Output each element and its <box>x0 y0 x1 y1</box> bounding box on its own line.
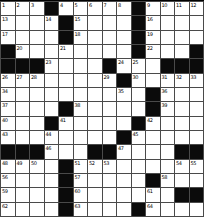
black-cell-r13c11 <box>146 174 160 187</box>
white-cell-r6c5[interactable] <box>59 74 73 87</box>
white-cell-r14c7[interactable] <box>88 188 102 201</box>
clue-number: 11 <box>176 2 181 8</box>
white-cell-r2c7[interactable] <box>88 16 102 29</box>
white-cell-r3c4[interactable] <box>45 31 59 44</box>
white-cell-r14c10[interactable] <box>132 188 146 201</box>
white-cell-r6c11[interactable] <box>146 74 160 87</box>
white-cell-r14c3[interactable] <box>30 188 44 201</box>
clue-number: 44 <box>46 131 51 137</box>
white-cell-r9c1[interactable]: 40 <box>1 117 15 130</box>
white-cell-r1c3[interactable]: 3 <box>30 2 44 15</box>
white-cell-r9c7[interactable] <box>88 117 102 130</box>
black-cell-r2c10 <box>132 16 146 29</box>
white-cell-r12c12[interactable] <box>161 160 175 173</box>
black-cell-r3c5 <box>59 31 73 44</box>
white-cell-r7c8[interactable] <box>103 88 117 101</box>
white-cell-r13c2[interactable] <box>16 174 30 187</box>
white-cell-r9c12[interactable] <box>161 117 175 130</box>
white-cell-r6c14[interactable]: 33 <box>190 74 204 87</box>
white-cell-r6c1[interactable]: 26 <box>1 74 15 87</box>
white-cell-r11c9[interactable]: 47 <box>117 145 131 158</box>
white-cell-r7c13[interactable] <box>175 88 189 101</box>
white-cell-r15c1[interactable]: 62 <box>1 203 15 216</box>
white-cell-r15c11[interactable]: 64 <box>146 203 160 216</box>
clue-number: 30 <box>133 74 138 80</box>
white-cell-r12c4[interactable] <box>45 160 59 173</box>
clue-number: 19 <box>147 31 152 37</box>
white-cell-r8c10[interactable] <box>132 102 146 115</box>
clue-number: 18 <box>75 31 80 37</box>
black-cell-r6c9 <box>117 74 131 87</box>
clue-number: 26 <box>2 74 7 80</box>
white-cell-r3c1[interactable]: 17 <box>1 31 15 44</box>
white-cell-r15c2[interactable] <box>16 203 30 216</box>
clue-number: 41 <box>60 117 65 123</box>
white-cell-r13c12[interactable]: 58 <box>161 174 175 187</box>
white-cell-r15c6[interactable]: 63 <box>74 203 88 216</box>
white-cell-r8c9[interactable] <box>117 102 131 115</box>
black-cell-r7c11 <box>146 88 160 101</box>
clue-number: 36 <box>162 88 167 94</box>
black-cell-r4c14 <box>190 45 204 58</box>
clue-number: 7 <box>104 2 107 8</box>
clue-number: 53 <box>104 160 109 166</box>
white-cell-r1c12[interactable]: 10 <box>161 2 175 15</box>
white-cell-r7c10[interactable] <box>132 88 146 101</box>
clue-number: 47 <box>118 145 123 151</box>
white-cell-r1c1[interactable]: 1 <box>1 2 15 15</box>
white-cell-r6c10[interactable]: 30 <box>132 74 146 87</box>
black-cell-r1c4 <box>45 2 59 15</box>
white-cell-r6c2[interactable]: 27 <box>16 74 30 87</box>
white-cell-r15c9[interactable] <box>117 203 131 216</box>
white-cell-r1c7[interactable]: 6 <box>88 2 102 15</box>
black-cell-r14c14 <box>190 188 204 201</box>
clue-number: 46 <box>46 145 51 151</box>
black-cell-r5c3 <box>30 59 44 72</box>
white-cell-r11c10[interactable] <box>132 145 146 158</box>
white-cell-r3c7[interactable] <box>88 31 102 44</box>
white-cell-r9c8[interactable] <box>103 117 117 130</box>
black-cell-r8c11 <box>146 102 160 115</box>
clue-number: 2 <box>17 2 20 8</box>
white-cell-r8c12[interactable]: 39 <box>161 102 175 115</box>
white-cell-r1c11[interactable]: 9 <box>146 2 160 15</box>
clue-number: 64 <box>147 203 152 209</box>
clue-number: 40 <box>2 117 7 123</box>
white-cell-r1c13[interactable]: 11 <box>175 2 189 15</box>
white-cell-r12c14[interactable]: 55 <box>190 160 204 173</box>
white-cell-r13c7[interactable] <box>88 174 102 187</box>
white-cell-r14c6[interactable]: 60 <box>74 188 88 201</box>
white-cell-r11c12[interactable] <box>161 145 175 158</box>
clue-number: 14 <box>46 16 51 22</box>
white-cell-r14c8[interactable] <box>103 188 117 201</box>
white-cell-r3c6[interactable]: 18 <box>74 31 88 44</box>
white-cell-r5c4[interactable]: 23 <box>45 59 59 72</box>
white-cell-r12c1[interactable]: 48 <box>1 160 15 173</box>
white-cell-r12c8[interactable]: 53 <box>103 160 117 173</box>
black-cell-r3c10 <box>132 31 146 44</box>
clue-number: 55 <box>191 160 196 166</box>
black-cell-r11c14 <box>190 145 204 158</box>
white-cell-r10c3[interactable] <box>30 131 44 144</box>
white-cell-r12c7[interactable]: 52 <box>88 160 102 173</box>
white-cell-r4c5[interactable]: 21 <box>59 45 73 58</box>
white-cell-r2c11[interactable]: 16 <box>146 16 160 29</box>
white-cell-r3c3[interactable] <box>30 31 44 44</box>
white-cell-r13c14[interactable] <box>190 174 204 187</box>
white-cell-r3c11[interactable]: 19 <box>146 31 160 44</box>
clue-number: 35 <box>118 88 123 94</box>
clue-number: 34 <box>2 88 7 94</box>
white-cell-r4c12[interactable] <box>161 45 175 58</box>
black-cell-r9c4 <box>45 117 59 130</box>
white-cell-r8c13[interactable] <box>175 102 189 115</box>
white-cell-r12c9[interactable] <box>117 160 131 173</box>
clue-number: 24 <box>118 59 123 65</box>
black-cell-r11c13 <box>175 145 189 158</box>
black-cell-r12c5 <box>59 160 73 173</box>
white-cell-r2c8[interactable] <box>103 16 117 29</box>
clue-number: 32 <box>176 74 181 80</box>
black-cell-r10c9 <box>117 131 131 144</box>
black-cell-r5c13 <box>175 59 189 72</box>
white-cell-r8c6[interactable]: 38 <box>74 102 88 115</box>
clue-number: 21 <box>60 45 65 51</box>
clue-number: 52 <box>89 160 94 166</box>
clue-number: 59 <box>2 188 7 194</box>
clue-number: 1 <box>2 2 5 8</box>
white-cell-r13c10[interactable] <box>132 174 146 187</box>
white-cell-r8c8[interactable] <box>103 102 117 115</box>
white-cell-r4c8[interactable] <box>103 45 117 58</box>
white-cell-r5c5[interactable] <box>59 59 73 72</box>
white-cell-r3c2[interactable] <box>16 31 30 44</box>
white-cell-r12c2[interactable]: 49 <box>16 160 30 173</box>
white-cell-r9c2[interactable] <box>16 117 30 130</box>
white-cell-r6c8[interactable]: 29 <box>103 74 117 87</box>
white-cell-r11c11[interactable] <box>146 145 160 158</box>
white-cell-r1c2[interactable]: 2 <box>16 2 30 15</box>
black-cell-r11c2 <box>16 145 30 158</box>
white-cell-r10c8[interactable] <box>103 131 117 144</box>
white-cell-r10c11[interactable] <box>146 131 160 144</box>
white-cell-r2c2[interactable] <box>16 16 30 29</box>
white-cell-r12c3[interactable]: 50 <box>30 160 44 173</box>
white-cell-r8c7[interactable] <box>88 102 102 115</box>
white-cell-r2c13[interactable] <box>175 16 189 29</box>
white-cell-r15c14[interactable] <box>190 203 204 216</box>
white-cell-r2c6[interactable]: 15 <box>74 16 88 29</box>
white-cell-r14c12[interactable] <box>161 188 175 201</box>
white-cell-r7c5[interactable] <box>59 88 73 101</box>
white-cell-r5c10[interactable]: 25 <box>132 59 146 72</box>
white-cell-r1c5[interactable]: 4 <box>59 2 73 15</box>
black-cell-r5c2 <box>16 59 30 72</box>
white-cell-r14c11[interactable]: 61 <box>146 188 160 201</box>
white-cell-r3c13[interactable] <box>175 31 189 44</box>
clue-number: 63 <box>75 203 80 209</box>
white-cell-r12c6[interactable]: 51 <box>74 160 88 173</box>
white-cell-r11c5[interactable] <box>59 145 73 158</box>
clue-number: 28 <box>31 74 36 80</box>
clue-number: 31 <box>162 74 167 80</box>
white-cell-r1c6[interactable]: 5 <box>74 2 88 15</box>
white-cell-r4c4[interactable] <box>45 45 59 58</box>
white-cell-r2c1[interactable]: 13 <box>1 16 15 29</box>
black-cell-r9c10 <box>132 117 146 130</box>
white-cell-r13c9[interactable] <box>117 174 131 187</box>
clue-number: 58 <box>162 174 167 180</box>
white-cell-r15c8[interactable] <box>103 203 117 216</box>
white-cell-r10c1[interactable]: 43 <box>1 131 15 144</box>
white-cell-r15c13[interactable] <box>175 203 189 216</box>
clue-number: 8 <box>118 2 121 8</box>
clue-number: 12 <box>191 2 196 8</box>
clue-number: 51 <box>75 160 80 166</box>
white-cell-r7c6[interactable] <box>74 88 88 101</box>
clue-number: 39 <box>162 102 167 108</box>
clue-number: 4 <box>60 2 63 8</box>
white-cell-r2c9[interactable] <box>117 16 131 29</box>
clue-number: 15 <box>75 16 80 22</box>
clue-number: 45 <box>133 131 138 137</box>
white-cell-r4c2[interactable]: 20 <box>16 45 30 58</box>
clue-number: 42 <box>147 117 152 123</box>
clue-number: 29 <box>104 74 109 80</box>
clue-number: 56 <box>2 174 7 180</box>
white-cell-r7c9[interactable]: 35 <box>117 88 131 101</box>
white-cell-r15c12[interactable] <box>161 203 175 216</box>
white-cell-r5c7[interactable] <box>88 59 102 72</box>
white-cell-r2c4[interactable]: 14 <box>45 16 59 29</box>
clue-number: 22 <box>147 45 152 51</box>
white-cell-r3c8[interactable] <box>103 31 117 44</box>
white-cell-r13c8[interactable] <box>103 174 117 187</box>
white-cell-r12c11[interactable] <box>146 160 160 173</box>
white-cell-r13c3[interactable] <box>30 174 44 187</box>
black-cell-r13c5 <box>59 174 73 187</box>
clue-number: 3 <box>31 2 34 8</box>
black-cell-r8c5 <box>59 102 73 115</box>
white-cell-r12c10[interactable] <box>132 160 146 173</box>
white-cell-r6c3[interactable]: 28 <box>30 74 44 87</box>
clue-number: 27 <box>17 74 22 80</box>
clue-number: 5 <box>75 2 78 8</box>
clue-number: 6 <box>89 2 92 8</box>
clue-number: 25 <box>133 59 138 65</box>
white-cell-r7c4[interactable] <box>45 88 59 101</box>
white-cell-r7c1[interactable]: 34 <box>1 88 15 101</box>
clue-number: 17 <box>2 31 7 37</box>
clue-number: 62 <box>2 203 7 209</box>
white-cell-r10c6[interactable] <box>74 131 88 144</box>
white-cell-r8c2[interactable] <box>16 102 30 115</box>
black-cell-r14c13 <box>175 188 189 201</box>
clue-number: 37 <box>2 102 7 108</box>
white-cell-r4c3[interactable] <box>30 45 44 58</box>
white-cell-r1c8[interactable]: 7 <box>103 2 117 15</box>
white-cell-r8c3[interactable] <box>30 102 44 115</box>
clue-number: 54 <box>176 160 181 166</box>
white-cell-r9c11[interactable]: 42 <box>146 117 160 130</box>
white-cell-r10c10[interactable]: 45 <box>132 131 146 144</box>
white-cell-r10c7[interactable] <box>88 131 102 144</box>
clue-number: 60 <box>75 188 80 194</box>
black-cell-r4c1 <box>1 45 15 58</box>
clue-number: 61 <box>147 188 152 194</box>
white-cell-r10c2[interactable] <box>16 131 30 144</box>
white-cell-r8c1[interactable]: 37 <box>1 102 15 115</box>
white-cell-r7c14[interactable] <box>190 88 204 101</box>
clue-number: 23 <box>46 59 51 65</box>
white-cell-r3c9[interactable] <box>117 31 131 44</box>
black-cell-r1c10 <box>132 2 146 15</box>
clue-number: 38 <box>75 102 80 108</box>
white-cell-r13c4[interactable] <box>45 174 59 187</box>
white-cell-r10c4[interactable]: 44 <box>45 131 59 144</box>
black-cell-r15c5 <box>59 203 73 216</box>
white-cell-r15c4[interactable] <box>45 203 59 216</box>
white-cell-r3c12[interactable] <box>161 31 175 44</box>
white-cell-r9c5[interactable]: 41 <box>59 117 73 130</box>
white-cell-r5c6[interactable] <box>74 59 88 72</box>
crossword-grid: 1234567891011121314151617181920212223242… <box>0 0 204 217</box>
clue-number: 20 <box>17 45 22 51</box>
white-cell-r7c2[interactable] <box>16 88 30 101</box>
white-cell-r12c13[interactable]: 54 <box>175 160 189 173</box>
white-cell-r1c14[interactable]: 12 <box>190 2 204 15</box>
white-cell-r15c7[interactable] <box>88 203 102 216</box>
white-cell-r5c11[interactable] <box>146 59 160 72</box>
white-cell-r11c6[interactable] <box>74 145 88 158</box>
black-cell-r5c12 <box>161 59 175 72</box>
white-cell-r6c12[interactable]: 31 <box>161 74 175 87</box>
clue-number: 13 <box>2 16 7 22</box>
white-cell-r10c13[interactable] <box>175 131 189 144</box>
white-cell-r7c7[interactable] <box>88 88 102 101</box>
black-cell-r4c10 <box>132 45 146 58</box>
white-cell-r15c3[interactable] <box>30 203 44 216</box>
white-cell-r4c13[interactable] <box>175 45 189 58</box>
white-cell-r13c1[interactable]: 56 <box>1 174 15 187</box>
white-cell-r13c6[interactable]: 57 <box>74 174 88 187</box>
white-cell-r4c9[interactable] <box>117 45 131 58</box>
white-cell-r9c3[interactable] <box>30 117 44 130</box>
white-cell-r2c14[interactable] <box>190 16 204 29</box>
white-cell-r6c7[interactable] <box>88 74 102 87</box>
clue-number: 16 <box>147 16 152 22</box>
clue-number: 49 <box>17 160 22 166</box>
clue-number: 33 <box>191 74 196 80</box>
white-cell-r9c14[interactable] <box>190 117 204 130</box>
black-cell-r5c8 <box>103 59 117 72</box>
white-cell-r7c3[interactable] <box>30 88 44 101</box>
clue-number: 9 <box>147 2 150 8</box>
white-cell-r2c12[interactable] <box>161 16 175 29</box>
black-cell-r14c5 <box>59 188 73 201</box>
clue-number: 43 <box>2 131 7 137</box>
white-cell-r6c13[interactable]: 32 <box>175 74 189 87</box>
white-cell-r6c6[interactable] <box>74 74 88 87</box>
white-cell-r2c3[interactable] <box>30 16 44 29</box>
white-cell-r5c9[interactable]: 24 <box>117 59 131 72</box>
white-cell-r7c12[interactable]: 36 <box>161 88 175 101</box>
white-cell-r13c13[interactable] <box>175 174 189 187</box>
white-cell-r10c12[interactable] <box>161 131 175 144</box>
black-cell-r11c8 <box>103 145 117 158</box>
white-cell-r4c7[interactable] <box>88 45 102 58</box>
clue-number: 48 <box>2 160 7 166</box>
white-cell-r10c5[interactable] <box>59 131 73 144</box>
black-cell-r11c7 <box>88 145 102 158</box>
white-cell-r11c4[interactable]: 46 <box>45 145 59 158</box>
white-cell-r14c4[interactable] <box>45 188 59 201</box>
black-cell-r11c3 <box>30 145 44 158</box>
white-cell-r9c9[interactable] <box>117 117 131 130</box>
white-cell-r3c14[interactable] <box>190 31 204 44</box>
white-cell-r9c13[interactable] <box>175 117 189 130</box>
black-cell-r5c14 <box>190 59 204 72</box>
white-cell-r14c2[interactable] <box>16 188 30 201</box>
clue-number: 10 <box>162 2 167 8</box>
clue-number: 57 <box>75 174 80 180</box>
white-cell-r1c9[interactable]: 8 <box>117 2 131 15</box>
white-cell-r4c11[interactable]: 22 <box>146 45 160 58</box>
black-cell-r2c5 <box>59 16 73 29</box>
white-cell-r14c9[interactable] <box>117 188 131 201</box>
white-cell-r9c6[interactable] <box>74 117 88 130</box>
black-cell-r11c1 <box>1 145 15 158</box>
white-cell-r4c6[interactable] <box>74 45 88 58</box>
white-cell-r14c1[interactable]: 59 <box>1 188 15 201</box>
white-cell-r8c4[interactable] <box>45 102 59 115</box>
black-cell-r5c1 <box>1 59 15 72</box>
clue-number: 50 <box>31 160 36 166</box>
black-cell-r15c10 <box>132 203 146 216</box>
white-cell-r10c14[interactable] <box>190 131 204 144</box>
white-cell-r6c4[interactable] <box>45 74 59 87</box>
white-cell-r8c14[interactable] <box>190 102 204 115</box>
